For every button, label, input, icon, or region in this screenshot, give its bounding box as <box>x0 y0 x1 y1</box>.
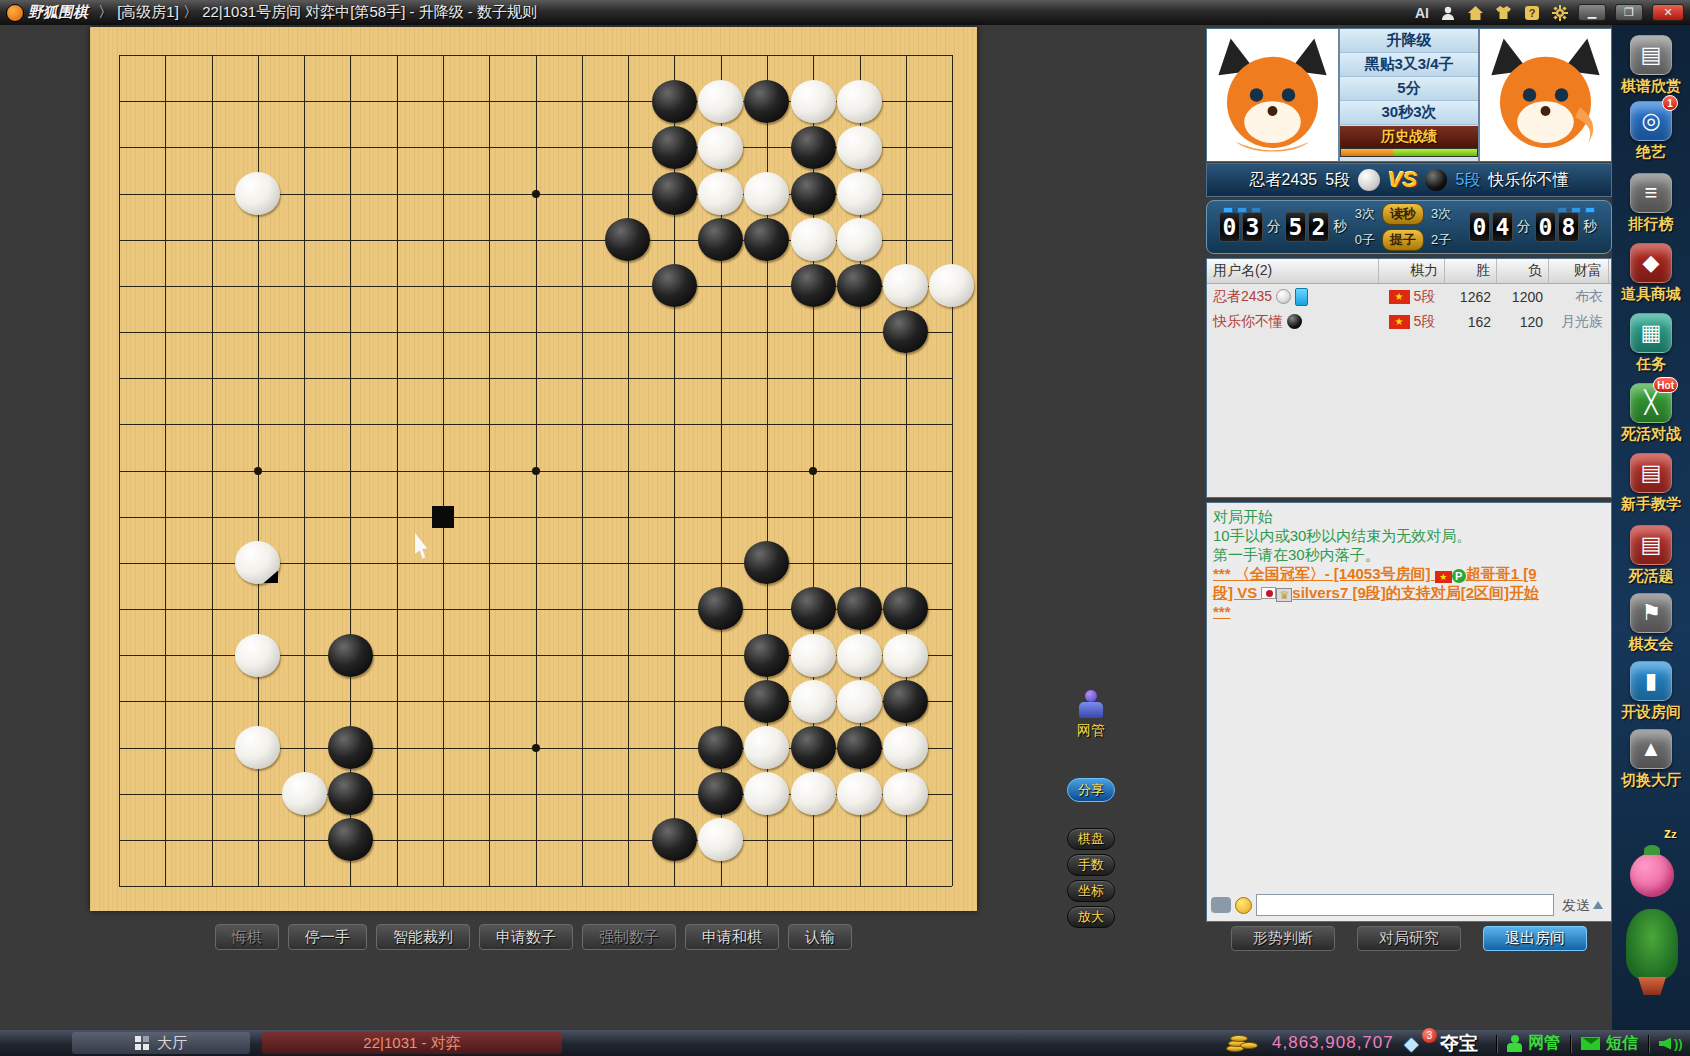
chat-text: 超哥哥1 [9 <box>1466 565 1537 582</box>
user-table: 用户名(2)棋力胜负财富忍者2435★5段12621200布衣快乐你不懂★5段1… <box>1206 258 1612 498</box>
taskbar-sms-label[interactable]: 短信 <box>1606 1033 1638 1054</box>
black-connection-indicator <box>1557 207 1595 213</box>
seconds-label: 秒 <box>1583 218 1597 236</box>
vs-logo: VS <box>1388 167 1417 193</box>
black-stone <box>698 772 743 815</box>
minutes-label: 分 <box>1517 218 1531 236</box>
sidebar-item-label: 死活题 <box>1629 567 1674 586</box>
white-stone <box>837 218 882 261</box>
minimize-button[interactable]: ▁ <box>1578 4 1606 21</box>
user-name: 忍者2435 <box>1213 288 1272 306</box>
badge: Hot <box>1653 377 1678 393</box>
clock-digit: 5 <box>1285 212 1306 242</box>
black-captures-count: 2子 <box>1431 231 1451 249</box>
sidebar-item-道具商城[interactable]: ◆道具商城 <box>1612 243 1690 304</box>
white-stone <box>837 634 882 677</box>
coins-icon <box>1226 1033 1260 1053</box>
sidebar-item-label: 死活对战 <box>1621 425 1681 444</box>
chat-system-message: 第一手请在30秒内落子。 <box>1213 545 1605 564</box>
history-bar-green <box>1393 149 1477 156</box>
black-stone <box>791 264 836 307</box>
game-button-停一手[interactable]: 停一手 <box>288 924 367 950</box>
mascot-sleep-zz: zz <box>1664 825 1677 841</box>
app-logo-text: 野狐围棋 <box>28 3 88 22</box>
tasks-icon: ▦ <box>1630 313 1672 353</box>
white-clock: 0 3 分 5 2 秒 <box>1219 212 1349 242</box>
chat-input[interactable] <box>1256 894 1554 916</box>
chat-broadcast-link[interactable]: *** <box>1213 602 1605 621</box>
black-stone <box>883 310 928 353</box>
chat-text: 第一手请在30秒内落子。 <box>1213 546 1380 563</box>
wins-count: 1262 <box>1460 289 1491 305</box>
stone-grid <box>96 32 975 909</box>
user-row[interactable]: 快乐你不懂★5段162120月光族 <box>1207 309 1611 334</box>
game-button-强制数子[interactable]: 强制数子 <box>582 924 676 950</box>
bottom-taskbar: 大厅 22|1031 - 对弈 4,863,908,707 ◆ 3 夺宝 网管 … <box>0 1030 1690 1056</box>
panel-button-对局研究[interactable]: 对局研究 <box>1357 926 1461 951</box>
chat-system-message: 10手以内或30秒以内结束为无效对局。 <box>1213 526 1605 545</box>
peach-mascot[interactable] <box>1630 853 1674 897</box>
history-bar-orange <box>1341 149 1393 156</box>
shirt-icon[interactable] <box>1494 4 1513 21</box>
black-stone <box>698 218 743 261</box>
black-clock: 0 4 分 0 8 秒 <box>1469 212 1599 242</box>
white-player-avatar[interactable] <box>1207 29 1340 161</box>
admin-call-icon[interactable] <box>1076 690 1106 720</box>
white-player-name: 忍者2435 <box>1250 170 1318 191</box>
black-stone <box>744 541 789 584</box>
rules-box: 升降级 黑贴3又3/4子 5分 30秒3次 历史战绩 <box>1340 29 1478 161</box>
black-player-rank: 5段 <box>1455 170 1480 191</box>
black-stone <box>744 634 789 677</box>
divider <box>1648 1035 1649 1053</box>
white-stone <box>837 680 882 723</box>
title-bar: 野狐围棋 〉 [高级房1] 〉 22|1031号房间 对弈中[第58手] - 升… <box>0 0 1690 25</box>
black-stone <box>883 680 928 723</box>
plant-mascot[interactable] <box>1626 909 1678 979</box>
sidebar-item-切换大厅[interactable]: ▲切换大厅 <box>1612 729 1690 790</box>
column-header[interactable]: 胜 <box>1445 259 1497 283</box>
fox-go-client-window: 野狐围棋 〉 [高级房1] 〉 22|1031号房间 对弈中[第58手] - 升… <box>0 0 1690 1056</box>
toggle-棋盘[interactable]: 棋盘 <box>1067 828 1115 850</box>
user-icon[interactable] <box>1438 4 1457 21</box>
toggle-坐标[interactable]: 坐标 <box>1067 880 1115 902</box>
chat-input-row: 发送 <box>1211 893 1607 917</box>
clock-digit: 3 <box>1242 212 1263 242</box>
white-stone <box>883 264 928 307</box>
chat-text: 对局开始 <box>1213 508 1273 525</box>
chat-broadcast-link[interactable]: *** 〈全国冠军〉- [14053号房间] ★P超哥哥1 [9 <box>1213 564 1605 583</box>
players-name-bar: 忍者2435 5段 VS 5段 快乐你不懂 <box>1206 163 1612 197</box>
black-stone <box>605 218 650 261</box>
panel-buttons: 形势判断对局研究退出房间 <box>1206 926 1612 952</box>
black-stone <box>837 587 882 630</box>
match-info-panel: 升降级 黑贴3又3/4子 5分 30秒3次 历史战绩 <box>1206 28 1612 162</box>
column-header[interactable]: 棋力 <box>1379 259 1445 283</box>
chat-bubble-icon[interactable] <box>1211 897 1231 913</box>
jueyi-ai-icon: ◎1 <box>1630 101 1672 141</box>
admin-call-label[interactable]: 网管 <box>1056 722 1126 740</box>
white-stone <box>883 726 928 769</box>
restore-button[interactable]: ❐ <box>1615 4 1643 21</box>
black-stone-icon <box>1425 169 1447 191</box>
breadcrumb: 〉 [高级房1] 〉 22|1031号房间 对弈中[第58手] - 升降级 - … <box>98 3 537 22</box>
white-stone-icon <box>1358 169 1380 191</box>
black-player-avatar[interactable] <box>1478 29 1611 161</box>
white-stone <box>744 772 789 815</box>
toggle-放大[interactable]: 放大 <box>1067 906 1115 928</box>
black-stone <box>328 818 373 861</box>
lobby-grid-icon <box>135 1036 149 1050</box>
white-stone <box>929 264 974 307</box>
rule-row: 黑贴3又3/4子 <box>1340 53 1478 77</box>
side-tools: 网管 分享 棋盘手数坐标放大 <box>1056 690 1126 928</box>
black-stone <box>698 587 743 630</box>
white-stone <box>791 218 836 261</box>
clock-digit: 8 <box>1558 212 1579 242</box>
gear-icon[interactable] <box>1550 4 1569 21</box>
wealth-title: 月光族 <box>1561 313 1603 329</box>
white-stone <box>744 172 789 215</box>
right-sidebar: zz ▤棋谱欣赏◎1绝艺≡排行榜◆道具商城▦任务╳Hot死活对战▤新手教学▤死活… <box>1612 25 1690 1030</box>
white-stone <box>791 772 836 815</box>
beginner-teach-icon: ▤ <box>1630 453 1672 493</box>
taskbar-admin-label[interactable]: 网管 <box>1528 1033 1560 1054</box>
tsumego-battle-icon: ╳Hot <box>1630 383 1672 423</box>
black-stone-icon <box>1287 314 1302 329</box>
black-stone <box>791 587 836 630</box>
chat-text: *** <box>1213 603 1231 620</box>
club-flag-icon: ⚑ <box>1630 593 1672 633</box>
user-rank: 5段 <box>1414 288 1436 306</box>
white-stone <box>744 726 789 769</box>
column-header[interactable]: 财富 <box>1549 259 1609 283</box>
clock-digit: 0 <box>1535 212 1556 242</box>
white-stone <box>791 680 836 723</box>
sidebar-item-开设房间[interactable]: ▮开设房间 <box>1612 661 1690 722</box>
current-room-tab[interactable]: 22|1031 - 对弈 <box>262 1032 562 1054</box>
white-stone <box>837 772 882 815</box>
chat-system-message: 对局开始 <box>1213 507 1605 526</box>
white-captures-count: 0子 <box>1355 231 1375 249</box>
clock-digit: 4 <box>1492 212 1513 242</box>
wealth-title: 布衣 <box>1575 288 1603 304</box>
badge: 1 <box>1662 95 1678 111</box>
sidebar-item-label: 道具商城 <box>1621 285 1681 304</box>
game-button-申请数子[interactable]: 申请数子 <box>479 924 573 950</box>
game-button-申请和棋[interactable]: 申请和棋 <box>685 924 779 950</box>
jp-flag-icon <box>1261 587 1276 599</box>
white-stone <box>235 541 280 584</box>
user-table-header: 用户名(2)棋力胜负财富 <box>1207 259 1611 284</box>
losses-count: 120 <box>1520 314 1543 330</box>
game-button-认输[interactable]: 认输 <box>788 924 852 950</box>
white-stone <box>698 172 743 215</box>
column-header[interactable]: 用户名(2) <box>1207 259 1379 283</box>
treasure-hunt-button[interactable]: 夺宝 <box>1440 1031 1478 1056</box>
sidebar-item-label: 棋谱欣赏 <box>1621 77 1681 96</box>
clock-digit: 2 <box>1308 212 1329 242</box>
white-stone <box>282 772 327 815</box>
white-stone <box>235 634 280 677</box>
emoji-icon[interactable] <box>1235 897 1252 914</box>
minutes-label: 分 <box>1267 218 1281 236</box>
black-stone <box>791 726 836 769</box>
black-stone <box>652 172 697 215</box>
send-arrow-icon <box>1593 896 1603 909</box>
ai-label[interactable]: AI <box>1415 5 1429 21</box>
help-icon[interactable]: ? <box>1522 4 1541 21</box>
life-death-problems-icon: ▤ <box>1630 525 1672 565</box>
speaker-icon[interactable] <box>1659 1038 1671 1050</box>
black-stone <box>652 264 697 307</box>
panel-button-形势判断[interactable]: 形势判断 <box>1231 926 1335 951</box>
divider <box>1570 1035 1571 1053</box>
black-stone <box>837 264 882 307</box>
byoyomi-label: 读秒 <box>1382 203 1424 225</box>
black-byoyomi-count: 3次 <box>1431 205 1451 223</box>
white-stone-icon <box>1276 289 1291 304</box>
home-icon[interactable] <box>1466 4 1485 21</box>
kifu-book-icon: ▤ <box>1630 35 1672 75</box>
captures-label: 提子 <box>1382 229 1424 251</box>
panel-button-退出房间[interactable]: 退出房间 <box>1483 926 1587 951</box>
white-stone <box>698 80 743 123</box>
svg-text:?: ? <box>1528 7 1535 19</box>
sidebar-item-绝艺[interactable]: ◎1绝艺 <box>1612 101 1690 162</box>
rule-row: 5分 <box>1340 77 1478 101</box>
rule-row: 升降级 <box>1340 29 1478 53</box>
sidebar-item-棋友会[interactable]: ⚑棋友会 <box>1612 593 1690 654</box>
black-stone <box>744 680 789 723</box>
white-player-rank: 5段 <box>1325 170 1350 191</box>
p-badge-icon: P <box>1452 569 1466 583</box>
chat-text: 10手以内或30秒以内结束为无效对局。 <box>1213 527 1471 544</box>
black-stone <box>883 587 928 630</box>
seconds-label: 秒 <box>1333 218 1347 236</box>
black-stone <box>744 218 789 261</box>
go-board[interactable] <box>90 27 977 911</box>
clock-panel: 0 3 分 5 2 秒 3次 读秒 3次 0子 提子 2子 0 4 分 0 8 <box>1206 200 1612 254</box>
black-stone <box>652 818 697 861</box>
chat-text: silvers7 [9段]的支持对局[2区间]开始 <box>1292 584 1539 601</box>
white-stone <box>837 126 882 169</box>
toggle-手数[interactable]: 手数 <box>1067 854 1115 876</box>
admin-person-icon[interactable] <box>1507 1035 1522 1052</box>
user-name: 快乐你不懂 <box>1213 313 1283 331</box>
sidebar-item-任务[interactable]: ▦任务 <box>1612 313 1690 374</box>
white-stone <box>235 726 280 769</box>
black-stone <box>328 634 373 677</box>
chat-broadcast-link[interactable]: 段] VS ♛silvers7 [9段]的支持对局[2区间]开始 <box>1213 583 1605 602</box>
coin-balance: 4,863,908,707 <box>1272 1033 1394 1053</box>
sidebar-item-棋谱欣赏[interactable]: ▤棋谱欣赏 <box>1612 35 1690 96</box>
sms-envelope-icon[interactable] <box>1581 1037 1600 1050</box>
sidebar-item-死活对战[interactable]: ╳Hot死活对战 <box>1612 383 1690 444</box>
white-stone <box>698 818 743 861</box>
sidebar-item-label: 新手教学 <box>1621 495 1681 514</box>
treasure-diamond-icon[interactable]: ◆ <box>1404 1032 1419 1055</box>
sidebar-item-新手教学[interactable]: ▤新手教学 <box>1612 453 1690 514</box>
rule-row: 30秒3次 <box>1340 101 1478 125</box>
game-action-buttons: 悔棋停一手智能裁判申请数子强制数子申请和棋认输 <box>90 922 977 952</box>
black-stone <box>652 80 697 123</box>
white-stone <box>791 80 836 123</box>
black-stone <box>791 126 836 169</box>
share-button[interactable]: 分享 <box>1067 778 1115 802</box>
black-stone <box>652 126 697 169</box>
divider <box>1496 1035 1497 1053</box>
clock-digit: 0 <box>1219 212 1240 242</box>
move-cursor-square <box>432 506 454 528</box>
byoyomi-captures: 3次 读秒 3次 0子 提子 2子 <box>1349 203 1457 251</box>
white-stone <box>883 634 928 677</box>
column-header[interactable]: 负 <box>1497 259 1549 283</box>
ranking-icon: ≡ <box>1630 173 1672 213</box>
white-stone <box>791 634 836 677</box>
user-rank: 5段 <box>1414 313 1436 331</box>
sidebar-item-label: 切换大厅 <box>1621 771 1681 790</box>
black-stone <box>791 172 836 215</box>
plant-pot <box>1638 977 1666 995</box>
black-player-name: 快乐你不懂 <box>1488 170 1568 191</box>
lobby-tab[interactable]: 大厅 <box>72 1032 250 1054</box>
black-stone <box>328 772 373 815</box>
cn-flag-icon: ★ <box>1435 571 1452 583</box>
black-stone <box>837 726 882 769</box>
clock-digit: 0 <box>1469 212 1490 242</box>
sidebar-item-排行榜[interactable]: ≡排行榜 <box>1612 173 1690 234</box>
black-stone <box>698 726 743 769</box>
white-stone <box>235 172 280 215</box>
losses-count: 1200 <box>1512 289 1543 305</box>
sidebar-item-label: 棋友会 <box>1629 635 1674 654</box>
open-room-icon: ▮ <box>1630 661 1672 701</box>
send-button[interactable]: 发送 <box>1558 896 1607 915</box>
white-stone <box>883 772 928 815</box>
sidebar-item-label: 绝艺 <box>1636 143 1666 162</box>
user-row[interactable]: 忍者2435★5段12621200布衣 <box>1207 284 1611 309</box>
sidebar-item-死活题[interactable]: ▤死活题 <box>1612 525 1690 586</box>
white-stone <box>698 126 743 169</box>
black-stone <box>328 726 373 769</box>
shop-diamond-icon: ◆ <box>1630 243 1672 283</box>
crown-badge-icon: ♛ <box>1276 588 1292 602</box>
history-winrate-bar <box>1340 148 1478 157</box>
white-stone <box>837 172 882 215</box>
history-record-button[interactable]: 历史战绩 <box>1340 126 1478 148</box>
white-connection-indicator <box>1223 207 1261 213</box>
chat-text: 段] VS <box>1213 584 1261 601</box>
china-flag-icon: ★ <box>1389 290 1410 304</box>
china-flag-icon: ★ <box>1389 315 1410 329</box>
treasure-badge: 3 <box>1422 1028 1437 1043</box>
chat-box: 对局开始10手以内或30秒以内结束为无效对局。第一手请在30秒内落子。*** 〈… <box>1206 502 1612 922</box>
game-button-智能裁判[interactable]: 智能裁判 <box>376 924 470 950</box>
white-stone <box>837 80 882 123</box>
white-byoyomi-count: 3次 <box>1355 205 1375 223</box>
wins-count: 162 <box>1468 314 1491 330</box>
sidebar-item-label: 排行榜 <box>1629 215 1674 234</box>
fox-logo-icon <box>6 4 24 22</box>
last-move-marker <box>263 570 278 583</box>
sidebar-item-label: 开设房间 <box>1621 703 1681 722</box>
switch-lobby-icon: ▲ <box>1630 729 1672 769</box>
chat-text: *** 〈全国冠军〉- [14053号房间] <box>1213 565 1435 582</box>
sidebar-item-label: 任务 <box>1636 355 1666 374</box>
speaker-waves-icon: )) <box>1674 1036 1683 1051</box>
close-button[interactable]: ✕ <box>1652 4 1684 21</box>
black-stone <box>744 80 789 123</box>
game-button-悔棋[interactable]: 悔棋 <box>215 924 279 950</box>
mobile-device-icon <box>1295 288 1308 306</box>
